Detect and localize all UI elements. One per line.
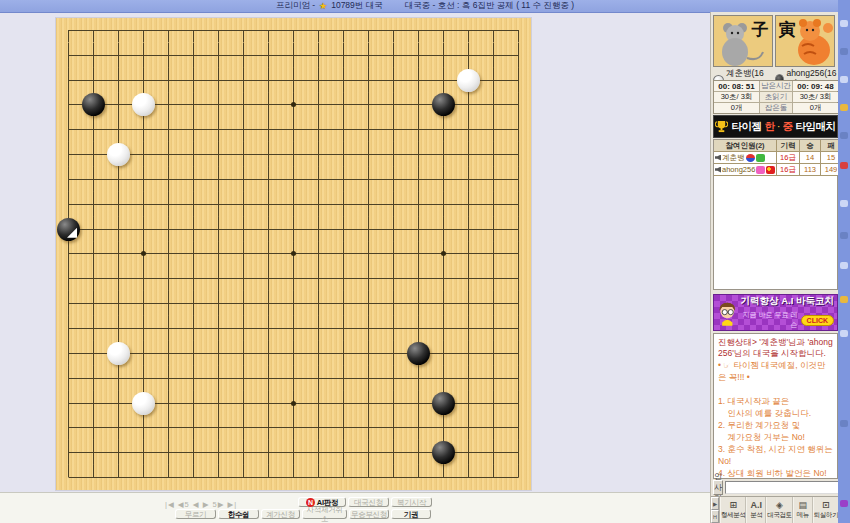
- board-cell[interactable]: [81, 117, 106, 142]
- board-cell[interactable]: [406, 341, 431, 366]
- board-cell[interactable]: [206, 18, 231, 43]
- board-cell[interactable]: [406, 242, 431, 267]
- board-cell[interactable]: [456, 440, 481, 465]
- panel-splitter-handle[interactable]: ▶ H: [711, 497, 720, 523]
- board-cell[interactable]: [306, 93, 331, 118]
- board-cell[interactable]: [256, 465, 281, 490]
- board-cell[interactable]: [231, 93, 256, 118]
- board-cell[interactable]: [81, 366, 106, 391]
- board-cell[interactable]: [106, 117, 131, 142]
- board-cell[interactable]: [306, 217, 331, 242]
- move-navigation[interactable]: |◀ ◀5 ◀ ▶ 5▶ ▶|: [165, 500, 237, 509]
- board-cell[interactable]: [81, 68, 106, 93]
- board-cell[interactable]: [231, 217, 256, 242]
- board-cell[interactable]: [431, 316, 456, 341]
- board-cell[interactable]: [281, 18, 306, 43]
- board-cell[interactable]: [156, 18, 181, 43]
- board-cell[interactable]: [356, 217, 381, 242]
- board-cell[interactable]: [356, 366, 381, 391]
- board-cell[interactable]: [106, 291, 131, 316]
- board-cell[interactable]: [306, 192, 331, 217]
- board-cell[interactable]: [206, 415, 231, 440]
- board-cell[interactable]: [431, 341, 456, 366]
- board-cell[interactable]: [181, 440, 206, 465]
- board-cell[interactable]: [356, 415, 381, 440]
- board-cell[interactable]: [56, 341, 81, 366]
- board-cell[interactable]: [81, 142, 106, 167]
- button-복기시작[interactable]: 복기시작: [391, 497, 432, 507]
- board-cell[interactable]: [56, 266, 81, 291]
- board-cell[interactable]: [381, 68, 406, 93]
- board-cell[interactable]: [281, 68, 306, 93]
- board-cell[interactable]: [81, 440, 106, 465]
- board-cell[interactable]: [381, 465, 406, 490]
- board-cell[interactable]: [56, 167, 81, 192]
- board-cell[interactable]: [381, 440, 406, 465]
- board-cell[interactable]: [506, 366, 531, 391]
- board-cell[interactable]: [456, 316, 481, 341]
- board-cell[interactable]: [381, 366, 406, 391]
- board-cell[interactable]: [356, 291, 381, 316]
- board-cell[interactable]: [181, 192, 206, 217]
- board-cell[interactable]: [481, 242, 506, 267]
- board-cell[interactable]: [181, 465, 206, 490]
- board-cell[interactable]: [506, 266, 531, 291]
- board-cell[interactable]: [481, 316, 506, 341]
- board-cell[interactable]: [181, 366, 206, 391]
- board-cell[interactable]: [181, 117, 206, 142]
- board-cell[interactable]: [456, 192, 481, 217]
- board-cell[interactable]: [481, 18, 506, 43]
- board-cell[interactable]: [106, 266, 131, 291]
- board-cell[interactable]: [381, 142, 406, 167]
- button-한수쉼[interactable]: 한수쉼: [218, 509, 259, 519]
- board-cell[interactable]: [281, 341, 306, 366]
- board-cell[interactable]: [356, 43, 381, 68]
- board-cell[interactable]: [306, 167, 331, 192]
- board-cell[interactable]: [481, 192, 506, 217]
- board-cell[interactable]: [431, 391, 456, 416]
- board-cell[interactable]: [331, 192, 356, 217]
- board-cell[interactable]: [81, 415, 106, 440]
- board-cell[interactable]: [181, 142, 206, 167]
- button-대국신청[interactable]: 대국신청: [348, 497, 389, 507]
- board-cell[interactable]: [181, 217, 206, 242]
- board-cell[interactable]: [481, 217, 506, 242]
- board-cell[interactable]: [181, 18, 206, 43]
- button-기권[interactable]: 기권: [391, 509, 431, 519]
- board-cell[interactable]: [356, 341, 381, 366]
- board-cell[interactable]: [131, 415, 156, 440]
- board-cell[interactable]: [256, 341, 281, 366]
- board-cell[interactable]: [431, 18, 456, 43]
- board-cell[interactable]: [256, 167, 281, 192]
- board-cell[interactable]: [306, 43, 331, 68]
- board-cell[interactable]: [481, 43, 506, 68]
- board-cell[interactable]: [256, 366, 281, 391]
- board-cell[interactable]: [56, 217, 81, 242]
- board-cell[interactable]: [131, 117, 156, 142]
- toolbar-button-퇴실하기[interactable]: ⊡퇴실하기: [813, 497, 839, 523]
- board-cell[interactable]: [156, 341, 181, 366]
- board-cell[interactable]: [281, 465, 306, 490]
- board-cell[interactable]: [106, 415, 131, 440]
- toolbar-button-대국검토[interactable]: ◈대국검토: [766, 497, 792, 523]
- board-cell[interactable]: [481, 117, 506, 142]
- board-cell[interactable]: [256, 192, 281, 217]
- board-cell[interactable]: [131, 341, 156, 366]
- board-cell[interactable]: [181, 316, 206, 341]
- board-cell[interactable]: [106, 18, 131, 43]
- board-cell[interactable]: [131, 316, 156, 341]
- board-cell[interactable]: [281, 217, 306, 242]
- board-cell[interactable]: [381, 18, 406, 43]
- board-cell[interactable]: [181, 266, 206, 291]
- board-cell[interactable]: [231, 43, 256, 68]
- ad-click-button[interactable]: CLICK: [801, 315, 834, 326]
- board-cell[interactable]: [256, 18, 281, 43]
- participant-row-name[interactable]: ahong256: [714, 164, 776, 175]
- board-cell[interactable]: [356, 391, 381, 416]
- board-cell[interactable]: [81, 18, 106, 43]
- board-cell[interactable]: [156, 266, 181, 291]
- board-cell[interactable]: [356, 167, 381, 192]
- board-cell[interactable]: [81, 291, 106, 316]
- board-cell[interactable]: [131, 68, 156, 93]
- board-cell[interactable]: [281, 366, 306, 391]
- board-cell[interactable]: [206, 142, 231, 167]
- board-cell[interactable]: [181, 68, 206, 93]
- board-cell[interactable]: [506, 167, 531, 192]
- board-cell[interactable]: [281, 415, 306, 440]
- board-cell[interactable]: [381, 291, 406, 316]
- board-cell[interactable]: [356, 68, 381, 93]
- board-cell[interactable]: [306, 266, 331, 291]
- board-cell[interactable]: [56, 18, 81, 43]
- board-cell[interactable]: [206, 316, 231, 341]
- board-cell[interactable]: [131, 192, 156, 217]
- board-cell[interactable]: [256, 68, 281, 93]
- board-cell[interactable]: [331, 291, 356, 316]
- board-cell[interactable]: [431, 291, 456, 316]
- board-cell[interactable]: [406, 192, 431, 217]
- board-cell[interactable]: [231, 142, 256, 167]
- board-cell[interactable]: [281, 391, 306, 416]
- board-cell[interactable]: [256, 391, 281, 416]
- board-cell[interactable]: [431, 217, 456, 242]
- board-cell[interactable]: [506, 391, 531, 416]
- chat-input[interactable]: [725, 481, 841, 494]
- board-cell[interactable]: [156, 465, 181, 490]
- board-cell[interactable]: [406, 167, 431, 192]
- board-cell[interactable]: [356, 465, 381, 490]
- board-cell[interactable]: [481, 68, 506, 93]
- board-cell[interactable]: [256, 291, 281, 316]
- board-cell[interactable]: [431, 266, 456, 291]
- board-cell[interactable]: [281, 266, 306, 291]
- ad-banner[interactable]: 기력향상 A.I 바둑코치 지금 바로 무료 레슨 CLICK: [713, 294, 838, 331]
- board-cell[interactable]: [256, 266, 281, 291]
- board-cell[interactable]: [306, 415, 331, 440]
- time-match-banner[interactable]: 타이젬 한·중 타임매치: [713, 115, 838, 138]
- greeting-button[interactable]: 인사말: [713, 480, 723, 495]
- board-cell[interactable]: [356, 440, 381, 465]
- board-cell[interactable]: [231, 440, 256, 465]
- board-cell[interactable]: [381, 167, 406, 192]
- chat-area[interactable]: 진행상태> '계춘뱅'님과 'ahong256'님의 대국을 시작합니다. • …: [713, 333, 838, 479]
- board-cell[interactable]: [181, 43, 206, 68]
- board-cell[interactable]: [456, 117, 481, 142]
- board-cell[interactable]: [81, 43, 106, 68]
- board-cell[interactable]: [506, 117, 531, 142]
- board-cell[interactable]: [81, 217, 106, 242]
- board-cell[interactable]: [156, 192, 181, 217]
- board-cell[interactable]: [481, 142, 506, 167]
- board-cell[interactable]: [181, 341, 206, 366]
- board-cell[interactable]: [281, 43, 306, 68]
- board-cell[interactable]: [281, 242, 306, 267]
- board-cell[interactable]: [156, 316, 181, 341]
- board-cell[interactable]: [431, 242, 456, 267]
- board-cell[interactable]: [231, 391, 256, 416]
- board-cell[interactable]: [506, 242, 531, 267]
- board-cell[interactable]: [206, 266, 231, 291]
- board-cell[interactable]: [456, 341, 481, 366]
- board-cell[interactable]: [406, 18, 431, 43]
- board-cell[interactable]: [56, 366, 81, 391]
- board-cell[interactable]: [56, 391, 81, 416]
- board-cell[interactable]: [206, 192, 231, 217]
- board-cell[interactable]: [231, 68, 256, 93]
- board-cell[interactable]: [406, 142, 431, 167]
- board-cell[interactable]: [106, 366, 131, 391]
- board-cell[interactable]: [156, 142, 181, 167]
- board-cell[interactable]: [106, 142, 131, 167]
- board-cell[interactable]: [106, 465, 131, 490]
- board-cell[interactable]: [181, 415, 206, 440]
- board-cell[interactable]: [106, 167, 131, 192]
- board-cell[interactable]: [331, 93, 356, 118]
- board-cell[interactable]: [131, 217, 156, 242]
- board-cell[interactable]: [406, 291, 431, 316]
- board-cell[interactable]: [381, 415, 406, 440]
- board-cell[interactable]: [256, 242, 281, 267]
- board-cell[interactable]: [331, 68, 356, 93]
- board-cell[interactable]: [481, 465, 506, 490]
- board-cell[interactable]: [231, 18, 256, 43]
- board-cell[interactable]: [381, 242, 406, 267]
- board-cell[interactable]: [231, 266, 256, 291]
- board-cell[interactable]: [106, 43, 131, 68]
- board-cell[interactable]: [156, 366, 181, 391]
- board-cell[interactable]: [106, 440, 131, 465]
- board-cell[interactable]: [231, 366, 256, 391]
- board-cell[interactable]: [306, 391, 331, 416]
- board-cell[interactable]: [306, 440, 331, 465]
- board-cell[interactable]: [81, 465, 106, 490]
- board-cell[interactable]: [456, 465, 481, 490]
- board-cell[interactable]: [506, 291, 531, 316]
- board-cell[interactable]: [56, 291, 81, 316]
- board-cell[interactable]: [306, 316, 331, 341]
- board-cell[interactable]: [81, 192, 106, 217]
- board-cell[interactable]: [131, 18, 156, 43]
- board-cell[interactable]: [406, 217, 431, 242]
- board-cell[interactable]: [231, 291, 256, 316]
- board-cell[interactable]: [206, 43, 231, 68]
- board-cell[interactable]: [481, 341, 506, 366]
- button-무르기[interactable]: 무르기: [175, 509, 216, 519]
- toolbar-button-분석[interactable]: A.I분석: [746, 497, 766, 523]
- board-cell[interactable]: [356, 266, 381, 291]
- button-사석제거취소[interactable]: 사석제거취소: [302, 509, 347, 519]
- board-cell[interactable]: [456, 391, 481, 416]
- board-cell[interactable]: [456, 415, 481, 440]
- board-cell[interactable]: [506, 192, 531, 217]
- board-cell[interactable]: [406, 415, 431, 440]
- board-cell[interactable]: [81, 316, 106, 341]
- board-cell[interactable]: [206, 117, 231, 142]
- board-cell[interactable]: [106, 217, 131, 242]
- board-cell[interactable]: [231, 117, 256, 142]
- board-cell[interactable]: [456, 68, 481, 93]
- board-cell[interactable]: [206, 93, 231, 118]
- board-cell[interactable]: [281, 167, 306, 192]
- button-무승부신청[interactable]: 무승부신청: [349, 509, 389, 519]
- board-cell[interactable]: [331, 316, 356, 341]
- board-cell[interactable]: [106, 341, 131, 366]
- board-cell[interactable]: [456, 142, 481, 167]
- board-cell[interactable]: [456, 18, 481, 43]
- splitter-arrow[interactable]: ▶: [711, 497, 719, 510]
- board-cell[interactable]: [431, 117, 456, 142]
- board-cell[interactable]: [256, 93, 281, 118]
- board-cell[interactable]: [431, 43, 456, 68]
- board-cell[interactable]: [256, 43, 281, 68]
- board-cell[interactable]: [156, 242, 181, 267]
- board-cell[interactable]: [331, 366, 356, 391]
- board-cell[interactable]: [481, 415, 506, 440]
- board-cell[interactable]: [156, 68, 181, 93]
- board-cell[interactable]: [56, 93, 81, 118]
- board-cell[interactable]: [456, 217, 481, 242]
- board-cell[interactable]: [106, 93, 131, 118]
- board-cell[interactable]: [406, 117, 431, 142]
- board-cell[interactable]: [331, 117, 356, 142]
- board-cell[interactable]: [381, 391, 406, 416]
- board-cell[interactable]: [231, 316, 256, 341]
- board-cell[interactable]: [506, 93, 531, 118]
- board-cell[interactable]: [331, 391, 356, 416]
- board-cell[interactable]: [106, 68, 131, 93]
- board-cell[interactable]: [506, 68, 531, 93]
- board-cell[interactable]: [431, 167, 456, 192]
- board-cell[interactable]: [281, 192, 306, 217]
- board-cell[interactable]: [256, 142, 281, 167]
- board-cell[interactable]: [256, 316, 281, 341]
- board-cell[interactable]: [281, 440, 306, 465]
- board-cell[interactable]: [131, 266, 156, 291]
- board-cell[interactable]: [331, 217, 356, 242]
- board-cell[interactable]: [106, 192, 131, 217]
- board-cell[interactable]: [506, 142, 531, 167]
- board-cell[interactable]: [381, 93, 406, 118]
- board-cell[interactable]: [306, 465, 331, 490]
- board-cell[interactable]: [356, 142, 381, 167]
- board-cell[interactable]: [406, 391, 431, 416]
- button-계가신청[interactable]: 계가신청: [261, 509, 300, 519]
- board-cell[interactable]: [381, 341, 406, 366]
- board-cell[interactable]: [56, 316, 81, 341]
- board-cell[interactable]: [56, 192, 81, 217]
- toolbar-button-형세분석[interactable]: ⊞형세분석: [720, 497, 746, 523]
- board-cell[interactable]: [456, 242, 481, 267]
- board-cell[interactable]: [206, 242, 231, 267]
- board-cell[interactable]: [356, 192, 381, 217]
- board-cell[interactable]: [256, 440, 281, 465]
- board-cell[interactable]: [506, 415, 531, 440]
- board-cell[interactable]: [131, 366, 156, 391]
- board-cell[interactable]: [81, 391, 106, 416]
- board-cell[interactable]: [356, 93, 381, 118]
- board-cell[interactable]: [431, 366, 456, 391]
- board-cell[interactable]: [481, 167, 506, 192]
- board-cell[interactable]: [331, 142, 356, 167]
- toolbar-button-메뉴[interactable]: ▤메뉴: [793, 497, 813, 523]
- board-cell[interactable]: [156, 415, 181, 440]
- board-cell[interactable]: [131, 167, 156, 192]
- splitter-h[interactable]: H: [711, 510, 719, 523]
- board-cell[interactable]: [131, 43, 156, 68]
- board-cell[interactable]: [406, 43, 431, 68]
- board-cell[interactable]: [306, 117, 331, 142]
- board-cell[interactable]: [156, 167, 181, 192]
- board-cell[interactable]: [281, 291, 306, 316]
- board-cell[interactable]: [131, 391, 156, 416]
- board-cell[interactable]: [431, 440, 456, 465]
- board-cell[interactable]: [456, 366, 481, 391]
- board-cell[interactable]: [306, 142, 331, 167]
- board-cell[interactable]: [181, 167, 206, 192]
- board-cell[interactable]: [156, 291, 181, 316]
- board-cell[interactable]: [381, 316, 406, 341]
- board-cell[interactable]: [356, 242, 381, 267]
- board-cell[interactable]: [281, 142, 306, 167]
- board-cell[interactable]: [206, 391, 231, 416]
- board-cell[interactable]: [81, 242, 106, 267]
- board-cell[interactable]: [506, 341, 531, 366]
- board-cell[interactable]: [231, 242, 256, 267]
- board-cell[interactable]: [231, 341, 256, 366]
- board-cell[interactable]: [331, 465, 356, 490]
- board-cell[interactable]: [406, 465, 431, 490]
- board-cell[interactable]: [406, 366, 431, 391]
- board-cell[interactable]: [381, 43, 406, 68]
- board-cell[interactable]: [281, 117, 306, 142]
- board-cell[interactable]: [81, 167, 106, 192]
- board-cell[interactable]: [256, 415, 281, 440]
- board-cell[interactable]: [206, 68, 231, 93]
- board-cell[interactable]: [331, 167, 356, 192]
- board-cell[interactable]: [456, 266, 481, 291]
- board-cell[interactable]: [456, 93, 481, 118]
- board-cell[interactable]: [106, 391, 131, 416]
- board-cell[interactable]: [231, 192, 256, 217]
- board-cell[interactable]: [331, 415, 356, 440]
- board-cell[interactable]: [306, 341, 331, 366]
- board-cell[interactable]: [406, 266, 431, 291]
- board-cell[interactable]: [181, 391, 206, 416]
